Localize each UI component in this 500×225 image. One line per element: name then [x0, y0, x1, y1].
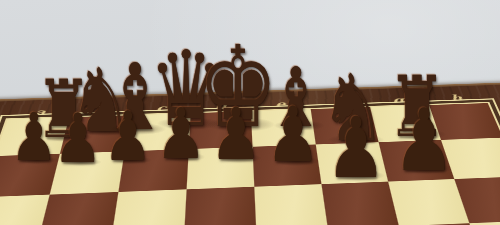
square-f8 [311, 107, 379, 144]
square-d6 [184, 187, 256, 225]
square-f7 [316, 142, 388, 184]
chess-set-photo: abcdefgh 87654321 87654321 ♜♞♝♛♚♝♞♜♟♟♟♟♟… [0, 0, 500, 225]
square-f6 [321, 182, 398, 225]
board-grid [0, 103, 500, 225]
square-e6 [254, 184, 328, 225]
square-e7 [252, 144, 321, 186]
square-h8 [429, 103, 500, 140]
square-c7 [118, 149, 188, 192]
square-c8 [125, 113, 191, 151]
square-b8 [60, 115, 130, 153]
square-b6 [38, 192, 118, 225]
chess-board: abcdefgh 87654321 87654321 [0, 82, 500, 225]
square-c6 [111, 189, 186, 225]
square-a8 [0, 117, 69, 156]
square-b7 [50, 151, 125, 194]
square-e8 [251, 109, 316, 147]
square-d7 [187, 147, 255, 190]
square-d8 [189, 111, 253, 149]
board-perspective-wrap: abcdefgh 87654321 87654321 [0, 0, 500, 225]
